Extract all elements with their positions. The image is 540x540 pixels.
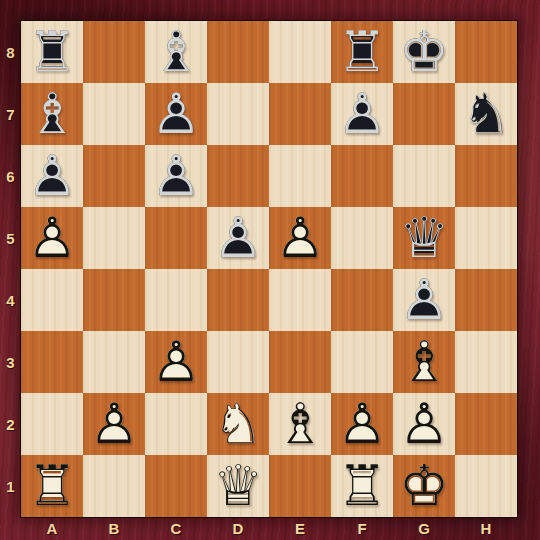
piece-white-rook-f1[interactable]: ♜♖: [331, 455, 393, 517]
square-f4[interactable]: [331, 269, 393, 331]
piece-white-pawn-b2[interactable]: ♟♙: [83, 393, 145, 455]
file-label-c: C: [145, 517, 207, 540]
square-d6[interactable]: [207, 145, 269, 207]
piece-glyph-outline: ♕: [207, 455, 269, 517]
rank-label-4: 4: [0, 269, 21, 331]
square-f7[interactable]: ♟♙: [331, 83, 393, 145]
piece-black-rook-f8[interactable]: ♜♖: [331, 21, 393, 83]
piece-black-bishop-c8[interactable]: ♝♗: [145, 21, 207, 83]
square-b8[interactable]: [83, 21, 145, 83]
square-b1[interactable]: [83, 455, 145, 517]
piece-black-queen-g5[interactable]: ♛♕: [393, 207, 455, 269]
square-e6[interactable]: [269, 145, 331, 207]
piece-glyph-outline: ♗: [145, 21, 207, 83]
piece-black-pawn-g4[interactable]: ♟♙: [393, 269, 455, 331]
piece-white-queen-d1[interactable]: ♛♕: [207, 455, 269, 517]
piece-glyph-outline: ♙: [331, 83, 393, 145]
square-g7[interactable]: [393, 83, 455, 145]
piece-black-knight-h7[interactable]: ♞♘: [455, 83, 517, 145]
square-g3[interactable]: ♝♗: [393, 331, 455, 393]
square-d2[interactable]: ♞♘: [207, 393, 269, 455]
square-d7[interactable]: [207, 83, 269, 145]
piece-glyph-outline: ♙: [269, 207, 331, 269]
square-f2[interactable]: ♟♙: [331, 393, 393, 455]
square-a6[interactable]: ♟♙: [21, 145, 83, 207]
piece-black-pawn-c7[interactable]: ♟♙: [145, 83, 207, 145]
piece-glyph-outline: ♘: [207, 393, 269, 455]
rank-label-3: 3: [0, 331, 21, 393]
square-e1[interactable]: [269, 455, 331, 517]
piece-black-rook-a8[interactable]: ♜♖: [21, 21, 83, 83]
chess-board: ♜♖♝♗♜♖♚♔♝♗♟♙♟♙♞♘♟♙♟♙♟♙♟♙♟♙♛♕♟♙♟♙♝♗♟♙♞♘♝♗…: [21, 21, 517, 517]
piece-glyph-outline: ♘: [455, 83, 517, 145]
square-h1[interactable]: [455, 455, 517, 517]
piece-black-pawn-c6[interactable]: ♟♙: [145, 145, 207, 207]
piece-white-pawn-f2[interactable]: ♟♙: [331, 393, 393, 455]
square-h8[interactable]: [455, 21, 517, 83]
rank-label-5: 5: [0, 207, 21, 269]
rank-label-8: 8: [0, 21, 21, 83]
piece-white-pawn-c3[interactable]: ♟♙: [145, 331, 207, 393]
rank-label-2: 2: [0, 393, 21, 455]
piece-black-bishop-a7[interactable]: ♝♗: [21, 83, 83, 145]
square-g6[interactable]: [393, 145, 455, 207]
square-c5[interactable]: [145, 207, 207, 269]
square-a5[interactable]: ♟♙: [21, 207, 83, 269]
square-g8[interactable]: ♚♔: [393, 21, 455, 83]
square-e8[interactable]: [269, 21, 331, 83]
square-b6[interactable]: [83, 145, 145, 207]
piece-glyph-outline: ♗: [21, 83, 83, 145]
piece-glyph-outline: ♕: [393, 207, 455, 269]
square-b2[interactable]: ♟♙: [83, 393, 145, 455]
square-e2[interactable]: ♝♗: [269, 393, 331, 455]
square-d3[interactable]: [207, 331, 269, 393]
square-g2[interactable]: ♟♙: [393, 393, 455, 455]
square-c6[interactable]: ♟♙: [145, 145, 207, 207]
square-h5[interactable]: [455, 207, 517, 269]
board-frame: ♜♖♝♗♜♖♚♔♝♗♟♙♟♙♞♘♟♙♟♙♟♙♟♙♟♙♛♕♟♙♟♙♝♗♟♙♞♘♝♗…: [0, 0, 540, 540]
square-c8[interactable]: ♝♗: [145, 21, 207, 83]
piece-white-bishop-g3[interactable]: ♝♗: [393, 331, 455, 393]
square-e3[interactable]: [269, 331, 331, 393]
rank-label-1: 1: [0, 455, 21, 517]
piece-glyph-outline: ♖: [331, 21, 393, 83]
square-d4[interactable]: [207, 269, 269, 331]
piece-glyph-outline: ♖: [21, 21, 83, 83]
file-label-h: H: [455, 517, 517, 540]
square-a1[interactable]: ♜♖: [21, 455, 83, 517]
piece-glyph-outline: ♔: [393, 455, 455, 517]
square-a7[interactable]: ♝♗: [21, 83, 83, 145]
piece-black-pawn-f7[interactable]: ♟♙: [331, 83, 393, 145]
square-a3[interactable]: [21, 331, 83, 393]
piece-glyph-outline: ♙: [21, 207, 83, 269]
rank-label-6: 6: [0, 145, 21, 207]
square-d8[interactable]: [207, 21, 269, 83]
piece-glyph-outline: ♗: [393, 331, 455, 393]
piece-glyph-outline: ♔: [393, 21, 455, 83]
square-a8[interactable]: ♜♖: [21, 21, 83, 83]
square-d1[interactable]: ♛♕: [207, 455, 269, 517]
square-e5[interactable]: ♟♙: [269, 207, 331, 269]
square-b4[interactable]: [83, 269, 145, 331]
square-c1[interactable]: [145, 455, 207, 517]
piece-white-pawn-g2[interactable]: ♟♙: [393, 393, 455, 455]
square-g5[interactable]: ♛♕: [393, 207, 455, 269]
square-e4[interactable]: [269, 269, 331, 331]
file-label-b: B: [83, 517, 145, 540]
piece-glyph-outline: ♗: [269, 393, 331, 455]
square-b7[interactable]: [83, 83, 145, 145]
square-h3[interactable]: [455, 331, 517, 393]
square-b5[interactable]: [83, 207, 145, 269]
piece-glyph-outline: ♙: [393, 269, 455, 331]
piece-white-knight-d2[interactable]: ♞♘: [207, 393, 269, 455]
file-label-f: F: [331, 517, 393, 540]
piece-glyph-outline: ♙: [83, 393, 145, 455]
file-labels: ABCDEFGH: [21, 517, 517, 540]
square-f1[interactable]: ♜♖: [331, 455, 393, 517]
square-f6[interactable]: [331, 145, 393, 207]
square-d5[interactable]: ♟♙: [207, 207, 269, 269]
piece-white-king-g1[interactable]: ♚♔: [393, 455, 455, 517]
square-c2[interactable]: [145, 393, 207, 455]
piece-white-rook-a1[interactable]: ♜♖: [21, 455, 83, 517]
square-h7[interactable]: ♞♘: [455, 83, 517, 145]
piece-glyph-outline: ♖: [331, 455, 393, 517]
piece-black-pawn-d5[interactable]: ♟♙: [207, 207, 269, 269]
square-g4[interactable]: ♟♙: [393, 269, 455, 331]
square-g1[interactable]: ♚♔: [393, 455, 455, 517]
square-f5[interactable]: [331, 207, 393, 269]
piece-white-bishop-e2[interactable]: ♝♗: [269, 393, 331, 455]
square-b3[interactable]: [83, 331, 145, 393]
square-h4[interactable]: [455, 269, 517, 331]
square-c7[interactable]: ♟♙: [145, 83, 207, 145]
piece-black-king-g8[interactable]: ♚♔: [393, 21, 455, 83]
piece-glyph-outline: ♙: [21, 145, 83, 207]
file-label-g: G: [393, 517, 455, 540]
rank-label-7: 7: [0, 83, 21, 145]
piece-glyph-outline: ♙: [145, 83, 207, 145]
square-a2[interactable]: [21, 393, 83, 455]
piece-glyph-outline: ♖: [21, 455, 83, 517]
file-label-d: D: [207, 517, 269, 540]
piece-white-pawn-e5[interactable]: ♟♙: [269, 207, 331, 269]
piece-glyph-outline: ♙: [145, 331, 207, 393]
square-c3[interactable]: ♟♙: [145, 331, 207, 393]
piece-glyph-outline: ♙: [331, 393, 393, 455]
square-h6[interactable]: [455, 145, 517, 207]
piece-glyph-outline: ♙: [393, 393, 455, 455]
square-f3[interactable]: [331, 331, 393, 393]
file-label-a: A: [21, 517, 83, 540]
piece-glyph-outline: ♙: [145, 145, 207, 207]
square-e7[interactable]: [269, 83, 331, 145]
square-f8[interactable]: ♜♖: [331, 21, 393, 83]
piece-black-pawn-a6[interactable]: ♟♙: [21, 145, 83, 207]
rank-labels: 87654321: [0, 21, 21, 517]
square-h2[interactable]: [455, 393, 517, 455]
square-c4[interactable]: [145, 269, 207, 331]
piece-white-pawn-a5[interactable]: ♟♙: [21, 207, 83, 269]
square-a4[interactable]: [21, 269, 83, 331]
piece-glyph-outline: ♙: [207, 207, 269, 269]
file-label-e: E: [269, 517, 331, 540]
